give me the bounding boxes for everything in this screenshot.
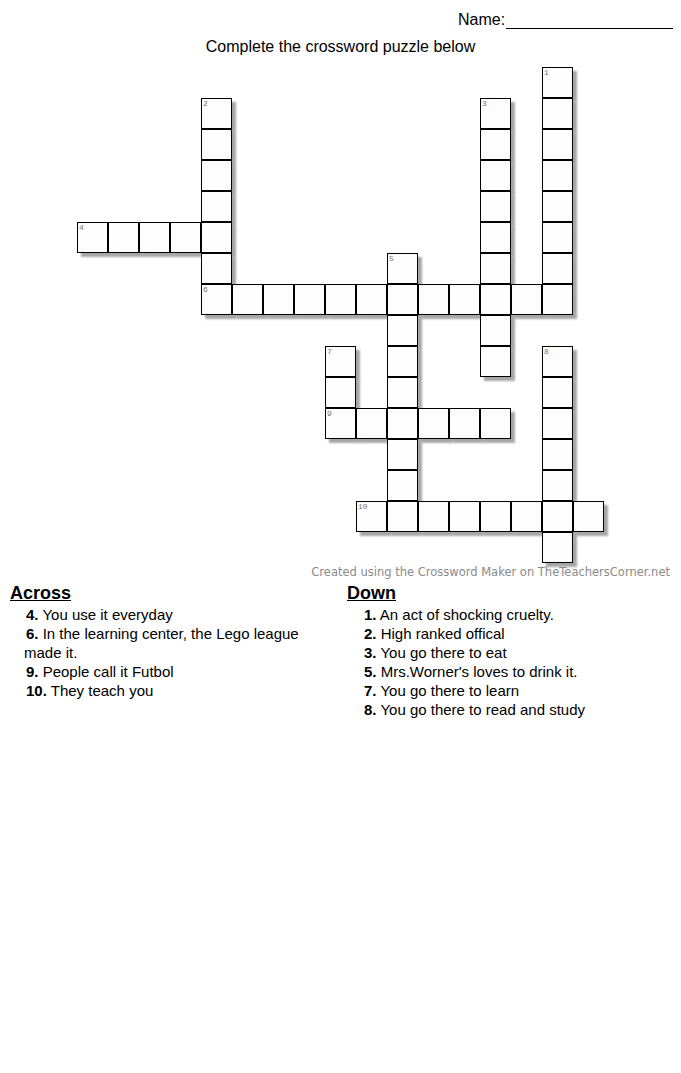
cell-r7-c15[interactable] <box>542 284 573 315</box>
cell-r11-c10[interactable] <box>387 408 418 439</box>
cell-r11-c11[interactable] <box>418 408 449 439</box>
cell-r10-c8[interactable] <box>325 377 356 408</box>
cell-number-1: 1 <box>544 68 549 77</box>
clue-text: High ranked offical <box>377 625 505 642</box>
clue-number: 2. <box>364 625 377 642</box>
cell-r6-c15[interactable] <box>542 253 573 284</box>
cell-number-5: 5 <box>389 254 394 263</box>
down-clue-8: 8. You go there to read and study <box>362 700 674 719</box>
cell-r5-c4[interactable] <box>201 222 232 253</box>
cell-r2-c15[interactable] <box>542 129 573 160</box>
clue-number: 3. <box>364 644 377 661</box>
cell-r5-c1[interactable] <box>108 222 139 253</box>
cell-r14-c14[interactable] <box>511 501 542 532</box>
cell-number-4: 4 <box>79 223 84 232</box>
cell-r1-c15[interactable] <box>542 98 573 129</box>
clue-text: An act of shocking cruelty. <box>377 606 554 623</box>
name-blank-line[interactable] <box>506 11 673 29</box>
cell-r15-c15[interactable] <box>542 532 573 563</box>
cell-r12-c10[interactable] <box>387 439 418 470</box>
cell-r8-c13[interactable] <box>480 315 511 346</box>
cell-r7-c12[interactable] <box>449 284 480 315</box>
cell-r11-c9[interactable] <box>356 408 387 439</box>
cell-r10-c15[interactable] <box>542 377 573 408</box>
cell-number-10: 10 <box>358 502 368 511</box>
cell-r7-c5[interactable] <box>232 284 263 315</box>
cell-r7-c11[interactable] <box>418 284 449 315</box>
cell-r12-c15[interactable] <box>542 439 573 470</box>
across-clue-10: 10. They teach you <box>24 681 318 700</box>
cell-r14-c11[interactable] <box>418 501 449 532</box>
cell-r7-c8[interactable] <box>325 284 356 315</box>
cell-r13-c10[interactable] <box>387 470 418 501</box>
cell-r3-c4[interactable] <box>201 160 232 191</box>
clue-text: People call it Futbol <box>39 663 174 680</box>
cell-r2-c4[interactable] <box>201 129 232 160</box>
clue-text: You go there to read and study <box>377 701 586 718</box>
crossword-worksheet: Name: Complete the crossword puzzle belo… <box>0 0 681 1073</box>
cell-r14-c16[interactable] <box>573 501 604 532</box>
cell-r7-c9[interactable] <box>356 284 387 315</box>
cell-r10-c10[interactable] <box>387 377 418 408</box>
clue-number: 5. <box>364 663 377 680</box>
clue-number: 9. <box>26 663 39 680</box>
cell-r7-c13[interactable] <box>480 284 511 315</box>
cell-r9-c10[interactable] <box>387 346 418 377</box>
cell-r3-c13[interactable] <box>480 160 511 191</box>
cell-r14-c13[interactable] <box>480 501 511 532</box>
down-clues: 1. An act of shocking cruelty.2. High ra… <box>362 605 674 719</box>
cell-r14-c9[interactable]: 10 <box>356 501 387 532</box>
cell-r7-c14[interactable] <box>511 284 542 315</box>
cell-r13-c15[interactable] <box>542 470 573 501</box>
clue-number: 1. <box>364 606 377 623</box>
cell-r7-c10[interactable] <box>387 284 418 315</box>
cell-r7-c4[interactable]: 6 <box>201 284 232 315</box>
cell-r9-c13[interactable] <box>480 346 511 377</box>
cell-r4-c13[interactable] <box>480 191 511 222</box>
clue-text: You use it everyday <box>39 606 173 623</box>
cell-r7-c7[interactable] <box>294 284 325 315</box>
across-heading: Across <box>10 584 71 603</box>
cell-r2-c13[interactable] <box>480 129 511 160</box>
cell-r0-c15[interactable]: 1 <box>542 67 573 98</box>
cell-r6-c4[interactable] <box>201 253 232 284</box>
cell-number-9: 9 <box>327 409 332 418</box>
clue-text: You go there to learn <box>377 682 520 699</box>
down-clue-5: 5. Mrs.Worner's loves to drink it. <box>362 662 674 681</box>
cell-r1-c4[interactable]: 2 <box>201 98 232 129</box>
cell-r8-c10[interactable] <box>387 315 418 346</box>
clue-text: They teach you <box>47 682 153 699</box>
cell-r11-c13[interactable] <box>480 408 511 439</box>
cell-r9-c15[interactable]: 8 <box>542 346 573 377</box>
across-clue-4: 4. You use it everyday <box>24 605 318 624</box>
cell-number-3: 3 <box>482 99 487 108</box>
down-heading: Down <box>347 584 396 603</box>
cell-r5-c15[interactable] <box>542 222 573 253</box>
down-clue-7: 7. You go there to learn <box>362 681 674 700</box>
clue-number: 8. <box>364 701 377 718</box>
cell-r14-c10[interactable] <box>387 501 418 532</box>
cell-r11-c8[interactable]: 9 <box>325 408 356 439</box>
attribution: Created using the Crossword Maker on The… <box>311 565 670 579</box>
cell-r1-c13[interactable]: 3 <box>480 98 511 129</box>
clue-text: You go there to eat <box>377 644 507 661</box>
cell-number-8: 8 <box>544 347 549 356</box>
cell-r14-c12[interactable] <box>449 501 480 532</box>
cell-r5-c13[interactable] <box>480 222 511 253</box>
cell-r5-c3[interactable] <box>170 222 201 253</box>
cell-r4-c15[interactable] <box>542 191 573 222</box>
cell-r5-c2[interactable] <box>139 222 170 253</box>
clue-text: In the learning center, the Lego league … <box>24 625 299 661</box>
cell-r11-c15[interactable] <box>542 408 573 439</box>
across-clues: 4. You use it everyday6. In the learning… <box>24 605 318 700</box>
cell-r3-c15[interactable] <box>542 160 573 191</box>
clue-number: 10. <box>26 682 47 699</box>
clue-text: Mrs.Worner's loves to drink it. <box>377 663 578 680</box>
cell-number-2: 2 <box>203 99 208 108</box>
cell-r11-c12[interactable] <box>449 408 480 439</box>
clue-number: 4. <box>26 606 39 623</box>
across-clue-6: 6. In the learning center, the Lego leag… <box>24 624 318 662</box>
cell-r6-c10[interactable]: 5 <box>387 253 418 284</box>
clue-number: 7. <box>364 682 377 699</box>
across-clue-9: 9. People call it Futbol <box>24 662 318 681</box>
cell-r6-c13[interactable] <box>480 253 511 284</box>
page-title: Complete the crossword puzzle below <box>0 38 681 56</box>
name-label: Name: <box>458 11 505 29</box>
cell-r9-c8[interactable]: 7 <box>325 346 356 377</box>
down-clue-3: 3. You go there to eat <box>362 643 674 662</box>
cell-r4-c4[interactable] <box>201 191 232 222</box>
clue-number: 6. <box>26 625 39 642</box>
down-clue-1: 1. An act of shocking cruelty. <box>362 605 674 624</box>
cell-number-7: 7 <box>327 347 332 356</box>
down-clue-2: 2. High ranked offical <box>362 624 674 643</box>
cell-r5-c0[interactable]: 4 <box>77 222 108 253</box>
cell-number-6: 6 <box>203 285 208 294</box>
cell-r7-c6[interactable] <box>263 284 294 315</box>
cell-r14-c15[interactable] <box>542 501 573 532</box>
